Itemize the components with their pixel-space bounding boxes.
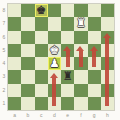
square-e1[interactable]: [61, 97, 74, 110]
square-f7[interactable]: ♜: [74, 17, 87, 30]
white-rook-f7[interactable]: ♜: [74, 17, 87, 30]
black-rook-e3[interactable]: ♜: [61, 70, 74, 83]
square-c5[interactable]: [35, 44, 48, 57]
square-a6[interactable]: [8, 31, 21, 44]
square-h2[interactable]: [101, 84, 114, 97]
square-h6[interactable]: [101, 31, 114, 44]
square-g5[interactable]: [88, 44, 101, 57]
square-a3[interactable]: [8, 70, 21, 83]
square-b6[interactable]: [21, 31, 34, 44]
file-label-b: b: [21, 111, 34, 119]
square-e7[interactable]: [61, 17, 74, 30]
square-f4[interactable]: [74, 57, 87, 70]
square-f6[interactable]: [74, 31, 87, 44]
square-h5[interactable]: [101, 44, 114, 57]
rank-label-7: 7: [1, 17, 7, 30]
white-pawn-d4[interactable]: ♟: [48, 57, 61, 70]
rank-label-8: 8: [1, 4, 7, 17]
square-c7[interactable]: [35, 17, 48, 30]
square-e5[interactable]: [61, 44, 74, 57]
square-e8[interactable]: [61, 4, 74, 17]
square-f5[interactable]: [74, 44, 87, 57]
square-b5[interactable]: [21, 44, 34, 57]
square-c2[interactable]: [35, 84, 48, 97]
square-b4[interactable]: [21, 57, 34, 70]
square-a7[interactable]: [8, 17, 21, 30]
square-f1[interactable]: [74, 97, 87, 110]
square-h1[interactable]: [101, 97, 114, 110]
file-label-g: g: [88, 111, 101, 119]
square-d7[interactable]: [48, 17, 61, 30]
chess-board-diagram: 87654321 ♚♜♚♟♜ abcdefgh: [0, 0, 120, 120]
square-b2[interactable]: [21, 84, 34, 97]
file-label-d: d: [48, 111, 61, 119]
square-e3[interactable]: ♜: [61, 70, 74, 83]
square-b1[interactable]: [21, 97, 34, 110]
square-d2[interactable]: [48, 84, 61, 97]
square-g7[interactable]: [88, 17, 101, 30]
square-d5[interactable]: ♚: [48, 44, 61, 57]
square-c8[interactable]: ♚: [35, 4, 48, 17]
square-d3[interactable]: [48, 70, 61, 83]
square-g3[interactable]: [88, 70, 101, 83]
square-f2[interactable]: [74, 84, 87, 97]
square-a1[interactable]: [8, 97, 21, 110]
square-e2[interactable]: [61, 84, 74, 97]
square-a2[interactable]: [8, 84, 21, 97]
square-g8[interactable]: [88, 4, 101, 17]
square-g1[interactable]: [88, 97, 101, 110]
black-king-c8[interactable]: ♚: [35, 4, 48, 17]
file-label-a: a: [8, 111, 21, 119]
file-label-f: f: [74, 111, 87, 119]
rank-label-3: 3: [1, 70, 7, 83]
rank-label-6: 6: [1, 31, 7, 44]
square-e6[interactable]: [61, 31, 74, 44]
square-h4[interactable]: [101, 57, 114, 70]
file-label-c: c: [35, 111, 48, 119]
rank-label-4: 4: [1, 57, 7, 70]
square-g2[interactable]: [88, 84, 101, 97]
file-label-e: e: [61, 111, 74, 119]
square-c4[interactable]: [35, 57, 48, 70]
square-d8[interactable]: [48, 4, 61, 17]
white-king-d5[interactable]: ♚: [48, 44, 61, 57]
square-f3[interactable]: [74, 70, 87, 83]
rank-label-2: 2: [1, 84, 7, 97]
square-h7[interactable]: [101, 17, 114, 30]
square-h3[interactable]: [101, 70, 114, 83]
square-a8[interactable]: [8, 4, 21, 17]
square-d6[interactable]: [48, 31, 61, 44]
chess-board[interactable]: ♚♜♚♟♜: [8, 4, 114, 110]
square-f8[interactable]: [74, 4, 87, 17]
square-c6[interactable]: [35, 31, 48, 44]
square-d4[interactable]: ♟: [48, 57, 61, 70]
square-h8[interactable]: [101, 4, 114, 17]
square-g4[interactable]: [88, 57, 101, 70]
square-e4[interactable]: [61, 57, 74, 70]
square-a4[interactable]: [8, 57, 21, 70]
rank-label-1: 1: [1, 97, 7, 110]
square-g6[interactable]: [88, 31, 101, 44]
square-c1[interactable]: [35, 97, 48, 110]
square-d1[interactable]: [48, 97, 61, 110]
square-c3[interactable]: [35, 70, 48, 83]
square-a5[interactable]: [8, 44, 21, 57]
square-b3[interactable]: [21, 70, 34, 83]
rank-label-5: 5: [1, 44, 7, 57]
square-b7[interactable]: [21, 17, 34, 30]
file-label-h: h: [101, 111, 114, 119]
square-b8[interactable]: [21, 4, 34, 17]
